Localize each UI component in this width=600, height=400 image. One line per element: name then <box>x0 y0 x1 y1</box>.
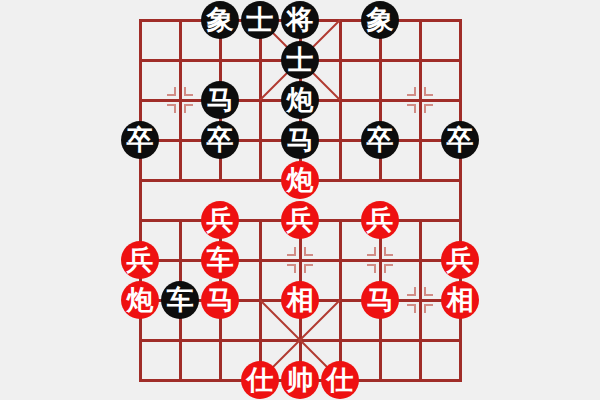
piece-black-elephant[interactable]: 象 <box>201 1 239 39</box>
piece-black-general[interactable]: 将 <box>281 1 319 39</box>
piece-black-advisor[interactable]: 士 <box>281 41 319 79</box>
piece-black-elephant[interactable]: 象 <box>361 1 399 39</box>
piece-black-advisor[interactable]: 士 <box>241 1 279 39</box>
piece-red-advisor[interactable]: 仕 <box>321 361 359 399</box>
piece-grid: 象士将象士马炮卒卒马卒卒车炮兵兵兵兵车兵炮马相马相仕帅仕 <box>120 0 480 400</box>
piece-red-cannon[interactable]: 炮 <box>121 281 159 319</box>
piece-red-chariot[interactable]: 车 <box>201 241 239 279</box>
piece-red-general[interactable]: 帅 <box>281 361 319 399</box>
piece-red-soldier[interactable]: 兵 <box>281 201 319 239</box>
piece-red-cannon[interactable]: 炮 <box>281 161 319 199</box>
piece-red-elephant[interactable]: 相 <box>441 281 479 319</box>
piece-red-soldier[interactable]: 兵 <box>361 201 399 239</box>
piece-red-soldier[interactable]: 兵 <box>441 241 479 279</box>
piece-black-cannon[interactable]: 炮 <box>281 81 319 119</box>
piece-red-horse[interactable]: 马 <box>361 281 399 319</box>
piece-black-horse[interactable]: 马 <box>281 121 319 159</box>
piece-red-soldier[interactable]: 兵 <box>201 201 239 239</box>
piece-black-soldier[interactable]: 卒 <box>361 121 399 159</box>
piece-red-elephant[interactable]: 相 <box>281 281 319 319</box>
piece-black-chariot[interactable]: 车 <box>161 281 199 319</box>
piece-red-advisor[interactable]: 仕 <box>241 361 279 399</box>
piece-black-soldier[interactable]: 卒 <box>201 121 239 159</box>
piece-red-horse[interactable]: 马 <box>201 281 239 319</box>
piece-red-soldier[interactable]: 兵 <box>121 241 159 279</box>
piece-black-soldier[interactable]: 卒 <box>441 121 479 159</box>
xiangqi-board: 象士将象士马炮卒卒马卒卒车炮兵兵兵兵车兵炮马相马相仕帅仕 <box>0 0 600 400</box>
piece-black-horse[interactable]: 马 <box>201 81 239 119</box>
piece-black-soldier[interactable]: 卒 <box>121 121 159 159</box>
